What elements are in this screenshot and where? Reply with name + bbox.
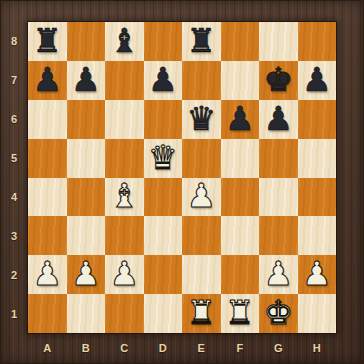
square-f2[interactable] xyxy=(221,255,260,294)
square-e8[interactable]: ♜ xyxy=(182,22,221,61)
square-d1[interactable] xyxy=(144,294,183,333)
square-f1[interactable]: ♜ xyxy=(221,294,260,333)
square-e3[interactable] xyxy=(182,216,221,255)
piece-black-pawn[interactable]: ♟ xyxy=(32,63,62,96)
square-a4[interactable] xyxy=(28,178,67,217)
piece-white-pawn[interactable]: ♟ xyxy=(32,257,62,290)
file-label-f: F xyxy=(221,333,260,362)
piece-white-pawn[interactable]: ♟ xyxy=(186,179,216,212)
square-a7[interactable]: ♟ xyxy=(28,61,67,100)
square-d4[interactable] xyxy=(144,178,183,217)
square-h1[interactable] xyxy=(298,294,337,333)
piece-white-queen[interactable]: ♛ xyxy=(148,141,178,174)
square-d8[interactable] xyxy=(144,22,183,61)
square-c8[interactable]: ♝ xyxy=(105,22,144,61)
square-b1[interactable] xyxy=(67,294,106,333)
piece-black-bishop[interactable]: ♝ xyxy=(109,24,139,57)
square-g7[interactable]: ♚ xyxy=(259,61,298,100)
square-a8[interactable]: ♜ xyxy=(28,22,67,61)
square-d3[interactable] xyxy=(144,216,183,255)
file-label-e: E xyxy=(182,333,221,362)
square-c4[interactable]: ♝ xyxy=(105,178,144,217)
square-g4[interactable] xyxy=(259,178,298,217)
square-g3[interactable] xyxy=(259,216,298,255)
square-g6[interactable]: ♟ xyxy=(259,100,298,139)
square-e2[interactable] xyxy=(182,255,221,294)
rank-label-1: 1 xyxy=(0,294,28,333)
square-a6[interactable] xyxy=(28,100,67,139)
square-b5[interactable] xyxy=(67,139,106,178)
square-g1[interactable]: ♚ xyxy=(259,294,298,333)
file-label-b: B xyxy=(67,333,106,362)
file-label-h: H xyxy=(298,333,337,362)
square-e4[interactable]: ♟ xyxy=(182,178,221,217)
piece-white-pawn[interactable]: ♟ xyxy=(71,257,101,290)
square-c6[interactable] xyxy=(105,100,144,139)
square-g2[interactable]: ♟ xyxy=(259,255,298,294)
square-b2[interactable]: ♟ xyxy=(67,255,106,294)
piece-black-pawn[interactable]: ♟ xyxy=(302,63,332,96)
piece-white-bishop[interactable]: ♝ xyxy=(109,179,139,212)
file-label-c: C xyxy=(105,333,144,362)
rank-label-6: 6 xyxy=(0,100,28,139)
square-e7[interactable] xyxy=(182,61,221,100)
square-c7[interactable] xyxy=(105,61,144,100)
piece-black-rook[interactable]: ♜ xyxy=(32,24,62,57)
square-h5[interactable] xyxy=(298,139,337,178)
rank-labels: 87654321 xyxy=(0,22,28,333)
square-e6[interactable]: ♛ xyxy=(182,100,221,139)
square-f6[interactable]: ♟ xyxy=(221,100,260,139)
rank-label-8: 8 xyxy=(0,22,28,61)
piece-white-rook[interactable]: ♜ xyxy=(186,296,216,329)
square-h4[interactable] xyxy=(298,178,337,217)
piece-black-pawn[interactable]: ♟ xyxy=(263,102,293,135)
rank-label-5: 5 xyxy=(0,139,28,178)
square-a3[interactable] xyxy=(28,216,67,255)
file-labels: ABCDEFGH xyxy=(28,333,336,362)
square-d2[interactable] xyxy=(144,255,183,294)
square-c5[interactable] xyxy=(105,139,144,178)
square-h8[interactable] xyxy=(298,22,337,61)
piece-white-rook[interactable]: ♜ xyxy=(225,296,255,329)
piece-black-pawn[interactable]: ♟ xyxy=(225,102,255,135)
file-label-d: D xyxy=(144,333,183,362)
square-a1[interactable] xyxy=(28,294,67,333)
rank-label-7: 7 xyxy=(0,61,28,100)
square-e1[interactable]: ♜ xyxy=(182,294,221,333)
piece-white-pawn[interactable]: ♟ xyxy=(263,257,293,290)
square-f7[interactable] xyxy=(221,61,260,100)
square-h2[interactable]: ♟ xyxy=(298,255,337,294)
square-c2[interactable]: ♟ xyxy=(105,255,144,294)
board-frame: 87654321 ABCDEFGH ♜♝♜♟♟♟♚♟♛♟♟♛♝♟♟♟♟♟♟♜♜♚ xyxy=(0,0,364,364)
square-g5[interactable] xyxy=(259,139,298,178)
piece-white-pawn[interactable]: ♟ xyxy=(109,257,139,290)
square-a5[interactable] xyxy=(28,139,67,178)
square-d5[interactable]: ♛ xyxy=(144,139,183,178)
piece-black-pawn[interactable]: ♟ xyxy=(71,63,101,96)
chess-board: ♜♝♜♟♟♟♚♟♛♟♟♛♝♟♟♟♟♟♟♜♜♚ xyxy=(28,22,336,333)
rank-label-4: 4 xyxy=(0,178,28,217)
square-h6[interactable] xyxy=(298,100,337,139)
piece-black-queen[interactable]: ♛ xyxy=(186,102,216,135)
square-c3[interactable] xyxy=(105,216,144,255)
rank-label-2: 2 xyxy=(0,255,28,294)
square-b4[interactable] xyxy=(67,178,106,217)
piece-black-rook[interactable]: ♜ xyxy=(186,24,216,57)
file-label-g: G xyxy=(259,333,298,362)
square-c1[interactable] xyxy=(105,294,144,333)
square-b7[interactable]: ♟ xyxy=(67,61,106,100)
piece-white-king[interactable]: ♚ xyxy=(263,296,293,329)
piece-black-king[interactable]: ♚ xyxy=(263,63,293,96)
square-f4[interactable] xyxy=(221,178,260,217)
square-b8[interactable] xyxy=(67,22,106,61)
piece-white-pawn[interactable]: ♟ xyxy=(302,257,332,290)
file-label-a: A xyxy=(28,333,67,362)
square-h7[interactable]: ♟ xyxy=(298,61,337,100)
rank-label-3: 3 xyxy=(0,216,28,255)
square-f3[interactable] xyxy=(221,216,260,255)
piece-black-pawn[interactable]: ♟ xyxy=(148,63,178,96)
square-a2[interactable]: ♟ xyxy=(28,255,67,294)
square-b6[interactable] xyxy=(67,100,106,139)
square-b3[interactable] xyxy=(67,216,106,255)
square-e5[interactable] xyxy=(182,139,221,178)
square-h3[interactable] xyxy=(298,216,337,255)
square-g8[interactable] xyxy=(259,22,298,61)
square-f8[interactable] xyxy=(221,22,260,61)
square-d7[interactable]: ♟ xyxy=(144,61,183,100)
square-f5[interactable] xyxy=(221,139,260,178)
square-d6[interactable] xyxy=(144,100,183,139)
